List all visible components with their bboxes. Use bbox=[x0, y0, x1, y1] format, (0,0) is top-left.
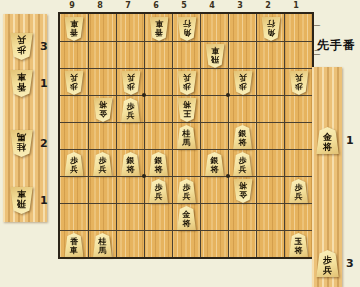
piece-shadow: 銀将 bbox=[145, 150, 172, 176]
square-4f[interactable]: 銀将 bbox=[200, 149, 228, 176]
square-9d[interactable] bbox=[60, 95, 88, 122]
piece-glyph: 兵 bbox=[315, 266, 340, 276]
piece-glyph: 将 bbox=[232, 138, 253, 146]
shogi-piece-歩兵[interactable]: 歩兵 bbox=[148, 179, 169, 203]
square-7d[interactable]: 歩兵 bbox=[116, 95, 144, 122]
piece-glyph: 将 bbox=[315, 143, 340, 153]
shogi-piece-歩兵[interactable]: 歩兵 bbox=[92, 152, 113, 176]
piece-shadow: 歩兵 bbox=[229, 150, 256, 176]
piece-glyph: 兵 bbox=[288, 192, 309, 200]
piece-shadow: 飛車 bbox=[9, 187, 34, 214]
piece-shadow: 香車 bbox=[9, 70, 34, 97]
square-1e[interactable] bbox=[284, 122, 312, 149]
piece-shadow: 金将 bbox=[173, 204, 200, 230]
square-4h[interactable] bbox=[200, 203, 228, 230]
square-2g[interactable] bbox=[256, 176, 284, 203]
square-1c[interactable]: 歩兵 bbox=[284, 68, 312, 95]
square-7c[interactable]: 歩兵 bbox=[116, 68, 144, 95]
piece-shadow: 香車 bbox=[60, 14, 88, 41]
star-point bbox=[226, 93, 230, 97]
shogi-piece-銀将[interactable]: 銀将 bbox=[232, 125, 253, 149]
shogi-piece-角行[interactable]: 角行 bbox=[260, 16, 281, 40]
gote-captured-stand: 歩兵3香車1桂馬2飛車1 bbox=[3, 14, 47, 222]
shogi-piece-歩兵[interactable]: 歩兵 bbox=[120, 98, 141, 122]
square-8g[interactable] bbox=[88, 176, 116, 203]
file-labels: 987654321 bbox=[58, 1, 312, 11]
square-5d[interactable]: 王将 bbox=[172, 95, 200, 122]
piece-glyph: 将 bbox=[232, 181, 253, 190]
captured-count: 2 bbox=[40, 137, 48, 150]
piece-glyph: 兵 bbox=[176, 73, 197, 82]
square-6g[interactable]: 歩兵 bbox=[144, 176, 172, 203]
shogi-piece-金将[interactable]: 金将 bbox=[176, 206, 197, 230]
piece-shadow: 歩兵 bbox=[60, 69, 88, 95]
square-5e[interactable]: 桂馬 bbox=[172, 122, 200, 149]
square-5h[interactable]: 金将 bbox=[172, 203, 200, 230]
piece-glyph: 金 bbox=[232, 189, 253, 197]
square-3f[interactable]: 歩兵 bbox=[228, 149, 256, 176]
square-5c[interactable]: 歩兵 bbox=[172, 68, 200, 95]
piece-glyph: 歩 bbox=[232, 81, 253, 90]
piece-glyph: 兵 bbox=[232, 165, 253, 173]
piece-glyph: 歩 bbox=[176, 81, 197, 90]
file-label: 8 bbox=[86, 1, 114, 11]
piece-glyph: 金 bbox=[92, 108, 113, 117]
piece-glyph: 馬 bbox=[92, 246, 113, 254]
piece-glyph: 車 bbox=[148, 18, 169, 27]
piece-shadow: 飛車 bbox=[201, 42, 228, 68]
square-9c[interactable]: 歩兵 bbox=[60, 68, 88, 95]
shogi-piece-歩兵[interactable]: 歩兵 bbox=[232, 152, 253, 176]
square-1h[interactable] bbox=[284, 203, 312, 230]
piece-glyph: 車 bbox=[64, 246, 85, 254]
square-7i[interactable] bbox=[116, 230, 144, 257]
piece-shadow: 玉将 bbox=[285, 231, 312, 257]
piece-shadow: 歩兵 bbox=[173, 177, 200, 203]
piece-glyph: 角 bbox=[260, 27, 281, 36]
square-2d[interactable] bbox=[256, 95, 284, 122]
square-7h[interactable] bbox=[116, 203, 144, 230]
square-1f[interactable] bbox=[284, 149, 312, 176]
shogi-piece-歩兵[interactable]: 歩兵 bbox=[64, 71, 85, 95]
square-9e[interactable] bbox=[60, 122, 88, 149]
piece-glyph: 将 bbox=[148, 165, 169, 173]
piece-glyph: 車 bbox=[9, 72, 34, 82]
piece-shadow: 歩兵 bbox=[145, 177, 172, 203]
square-4d[interactable] bbox=[200, 95, 228, 122]
square-8c[interactable] bbox=[88, 68, 116, 95]
shogi-piece-金将[interactable]: 金将 bbox=[232, 179, 253, 203]
square-3i[interactable] bbox=[228, 230, 256, 257]
square-7a[interactable] bbox=[116, 14, 144, 41]
shogi-piece-桂馬[interactable]: 桂馬 bbox=[92, 233, 113, 257]
square-3h[interactable] bbox=[228, 203, 256, 230]
square-4a[interactable] bbox=[200, 14, 228, 41]
turn-indicator: 先手番 bbox=[317, 37, 356, 54]
piece-glyph: 馬 bbox=[9, 132, 34, 142]
piece-shadow: 香車 bbox=[145, 14, 172, 41]
square-5f[interactable] bbox=[172, 149, 200, 176]
piece-glyph: 兵 bbox=[232, 73, 253, 82]
captured-count: 3 bbox=[346, 257, 354, 270]
piece-shadow: 金将 bbox=[229, 177, 256, 203]
captured-香車[interactable]: 香車1 bbox=[9, 70, 48, 97]
captured-count: 1 bbox=[40, 77, 48, 90]
piece-glyph: 行 bbox=[176, 18, 197, 27]
square-9g[interactable] bbox=[60, 176, 88, 203]
captured-count: 1 bbox=[40, 194, 48, 207]
file-label: 3 bbox=[226, 1, 254, 11]
piece-glyph: 兵 bbox=[92, 165, 113, 173]
shogi-piece-銀将[interactable]: 銀将 bbox=[204, 152, 225, 176]
piece-shadow: 角行 bbox=[257, 14, 284, 41]
piece-shadow: 歩兵 bbox=[117, 96, 144, 122]
captured-count: 3 bbox=[40, 40, 48, 53]
square-8d[interactable]: 金将 bbox=[88, 95, 116, 122]
shogi-piece-歩兵[interactable]: 歩兵 bbox=[120, 71, 141, 95]
piece-shadow: 歩兵 bbox=[173, 69, 200, 95]
square-5g[interactable]: 歩兵 bbox=[172, 176, 200, 203]
file-label: 6 bbox=[142, 1, 170, 11]
square-1a[interactable] bbox=[284, 14, 312, 41]
shogi-piece-香車[interactable]: 香車 bbox=[9, 70, 34, 97]
piece-glyph: 将 bbox=[92, 100, 113, 109]
piece-shadow: 金将 bbox=[315, 127, 340, 154]
square-8i[interactable]: 桂馬 bbox=[88, 230, 116, 257]
piece-glyph: 車 bbox=[204, 46, 225, 55]
piece-shadow: 金将 bbox=[89, 96, 116, 122]
piece-glyph: 歩 bbox=[64, 81, 85, 90]
captured-歩兵[interactable]: 歩兵3 bbox=[315, 250, 354, 277]
square-3c[interactable]: 歩兵 bbox=[228, 68, 256, 95]
square-5a[interactable]: 角行 bbox=[172, 14, 200, 41]
file-label: 9 bbox=[58, 1, 86, 11]
square-3a[interactable] bbox=[228, 14, 256, 41]
shogi-piece-飛車[interactable]: 飛車 bbox=[204, 44, 225, 68]
square-7e[interactable] bbox=[116, 122, 144, 149]
piece-glyph: 桂 bbox=[9, 142, 34, 152]
square-8e[interactable] bbox=[88, 122, 116, 149]
star-point bbox=[142, 93, 146, 97]
piece-shadow: 桂馬 bbox=[9, 130, 34, 157]
piece-glyph: 飛 bbox=[9, 199, 34, 209]
captured-金将[interactable]: 金将1 bbox=[315, 127, 354, 154]
square-7g[interactable] bbox=[116, 176, 144, 203]
sente-captured-stand: 金将1歩兵3 bbox=[312, 67, 342, 287]
piece-glyph: 角 bbox=[176, 27, 197, 36]
captured-桂馬[interactable]: 桂馬2 bbox=[9, 130, 48, 157]
square-2i[interactable] bbox=[256, 230, 284, 257]
square-6f[interactable]: 銀将 bbox=[144, 149, 172, 176]
star-point bbox=[226, 174, 230, 178]
shogi-piece-桂馬[interactable]: 桂馬 bbox=[9, 130, 34, 157]
piece-glyph: 将 bbox=[176, 100, 197, 109]
square-5b[interactable] bbox=[172, 41, 200, 68]
shogi-piece-歩兵[interactable]: 歩兵 bbox=[9, 33, 34, 60]
piece-glyph: 飛 bbox=[204, 54, 225, 63]
piece-glyph: 将 bbox=[120, 165, 141, 173]
square-1g[interactable]: 歩兵 bbox=[284, 176, 312, 203]
shogi-piece-歩兵[interactable]: 歩兵 bbox=[176, 179, 197, 203]
captured-歩兵[interactable]: 歩兵3 bbox=[9, 33, 48, 60]
shogi-piece-王将[interactable]: 王将 bbox=[176, 98, 197, 122]
piece-glyph: 王 bbox=[176, 108, 197, 117]
square-5i[interactable] bbox=[172, 230, 200, 257]
shogi-board: 香車香車角行角行飛車歩兵歩兵歩兵歩兵歩兵金将歩兵王将桂馬銀将歩兵歩兵銀将銀将銀将… bbox=[58, 12, 314, 259]
piece-shadow: 桂馬 bbox=[89, 231, 116, 257]
piece-glyph: 行 bbox=[260, 18, 281, 27]
square-2a[interactable]: 角行 bbox=[256, 14, 284, 41]
shogi-piece-香車[interactable]: 香車 bbox=[64, 16, 85, 40]
piece-glyph: 歩 bbox=[288, 81, 309, 90]
square-2c[interactable] bbox=[256, 68, 284, 95]
piece-glyph: 香 bbox=[148, 27, 169, 36]
star-point bbox=[142, 174, 146, 178]
square-2b[interactable] bbox=[256, 41, 284, 68]
piece-shadow: 銀将 bbox=[201, 150, 228, 176]
piece-glyph: 将 bbox=[204, 165, 225, 173]
file-label: 5 bbox=[170, 1, 198, 11]
piece-glyph: 兵 bbox=[288, 73, 309, 82]
square-6b[interactable] bbox=[144, 41, 172, 68]
square-3d[interactable] bbox=[228, 95, 256, 122]
shogi-diagram: 987654321 一二三四五六七八九 香車香車角行角行飛車歩兵歩兵歩兵歩兵歩兵… bbox=[0, 0, 360, 287]
shogi-piece-金将[interactable]: 金将 bbox=[92, 98, 113, 122]
square-4i[interactable] bbox=[200, 230, 228, 257]
file-label: 1 bbox=[282, 1, 310, 11]
square-1b[interactable] bbox=[284, 41, 312, 68]
square-6i[interactable] bbox=[144, 230, 172, 257]
piece-shadow: 歩兵 bbox=[315, 250, 340, 277]
square-6e[interactable] bbox=[144, 122, 172, 149]
piece-glyph: 兵 bbox=[176, 192, 197, 200]
shogi-piece-角行[interactable]: 角行 bbox=[176, 16, 197, 40]
shogi-piece-香車[interactable]: 香車 bbox=[64, 233, 85, 257]
piece-glyph: 香 bbox=[9, 82, 34, 92]
captured-count: 1 bbox=[346, 134, 354, 147]
piece-shadow: 歩兵 bbox=[9, 33, 34, 60]
piece-shadow: 歩兵 bbox=[285, 177, 312, 203]
shogi-piece-歩兵[interactable]: 歩兵 bbox=[64, 152, 85, 176]
square-8a[interactable] bbox=[88, 14, 116, 41]
piece-glyph: 車 bbox=[64, 18, 85, 27]
shogi-piece-金将[interactable]: 金将 bbox=[315, 127, 340, 154]
piece-glyph: 兵 bbox=[64, 73, 85, 82]
square-4g[interactable] bbox=[200, 176, 228, 203]
square-9i[interactable]: 香車 bbox=[60, 230, 88, 257]
square-3e[interactable]: 銀将 bbox=[228, 122, 256, 149]
piece-glyph: 兵 bbox=[120, 73, 141, 82]
square-3g[interactable]: 金将 bbox=[228, 176, 256, 203]
square-4c[interactable] bbox=[200, 68, 228, 95]
piece-glyph: 馬 bbox=[176, 138, 197, 146]
piece-glyph: 歩 bbox=[9, 45, 34, 55]
piece-glyph: 兵 bbox=[64, 165, 85, 173]
piece-shadow: 歩兵 bbox=[60, 150, 88, 176]
square-9a[interactable]: 香車 bbox=[60, 14, 88, 41]
shogi-piece-歩兵[interactable]: 歩兵 bbox=[176, 71, 197, 95]
square-8b[interactable] bbox=[88, 41, 116, 68]
square-1i[interactable]: 玉将 bbox=[284, 230, 312, 257]
piece-glyph: 車 bbox=[9, 189, 34, 199]
square-8f[interactable]: 歩兵 bbox=[88, 149, 116, 176]
square-7b[interactable] bbox=[116, 41, 144, 68]
file-label: 4 bbox=[198, 1, 226, 11]
piece-shadow: 銀将 bbox=[117, 150, 144, 176]
piece-glyph: 兵 bbox=[148, 192, 169, 200]
file-label: 7 bbox=[114, 1, 142, 11]
piece-shadow: 桂馬 bbox=[173, 123, 200, 149]
piece-shadow: 銀将 bbox=[229, 123, 256, 149]
square-9b[interactable] bbox=[60, 41, 88, 68]
square-1d[interactable] bbox=[284, 95, 312, 122]
square-6h[interactable] bbox=[144, 203, 172, 230]
piece-shadow: 歩兵 bbox=[229, 69, 256, 95]
square-2e[interactable] bbox=[256, 122, 284, 149]
square-9f[interactable]: 歩兵 bbox=[60, 149, 88, 176]
shogi-piece-飛車[interactable]: 飛車 bbox=[9, 187, 34, 214]
square-8h[interactable] bbox=[88, 203, 116, 230]
piece-shadow: 角行 bbox=[173, 14, 200, 41]
shogi-piece-歩兵[interactable]: 歩兵 bbox=[288, 71, 309, 95]
shogi-piece-玉将[interactable]: 玉将 bbox=[288, 233, 309, 257]
square-4e[interactable] bbox=[200, 122, 228, 149]
captured-飛車[interactable]: 飛車1 bbox=[9, 187, 48, 214]
square-6d[interactable] bbox=[144, 95, 172, 122]
square-4b[interactable]: 飛車 bbox=[200, 41, 228, 68]
square-3b[interactable] bbox=[228, 41, 256, 68]
shogi-piece-銀将[interactable]: 銀将 bbox=[148, 152, 169, 176]
piece-glyph: 将 bbox=[176, 219, 197, 227]
shogi-piece-香車[interactable]: 香車 bbox=[148, 16, 169, 40]
shogi-piece-歩兵[interactable]: 歩兵 bbox=[288, 179, 309, 203]
piece-shadow: 歩兵 bbox=[89, 150, 116, 176]
shogi-piece-桂馬[interactable]: 桂馬 bbox=[176, 125, 197, 149]
square-6c[interactable] bbox=[144, 68, 172, 95]
piece-shadow: 香車 bbox=[60, 231, 88, 257]
piece-glyph: 兵 bbox=[120, 111, 141, 120]
square-7f[interactable]: 銀将 bbox=[116, 149, 144, 176]
piece-glyph: 将 bbox=[288, 246, 309, 254]
piece-shadow: 歩兵 bbox=[117, 69, 144, 95]
shogi-piece-歩兵[interactable]: 歩兵 bbox=[315, 250, 340, 277]
piece-glyph: 歩 bbox=[120, 81, 141, 90]
shogi-piece-銀将[interactable]: 銀将 bbox=[120, 152, 141, 176]
square-9h[interactable] bbox=[60, 203, 88, 230]
file-label: 2 bbox=[254, 1, 282, 11]
piece-shadow: 王将 bbox=[173, 96, 200, 122]
square-2h[interactable] bbox=[256, 203, 284, 230]
piece-glyph: 香 bbox=[64, 27, 85, 36]
square-6a[interactable]: 香車 bbox=[144, 14, 172, 41]
shogi-piece-歩兵[interactable]: 歩兵 bbox=[232, 71, 253, 95]
square-2f[interactable] bbox=[256, 149, 284, 176]
piece-glyph: 兵 bbox=[9, 35, 34, 45]
piece-shadow: 歩兵 bbox=[285, 69, 312, 95]
